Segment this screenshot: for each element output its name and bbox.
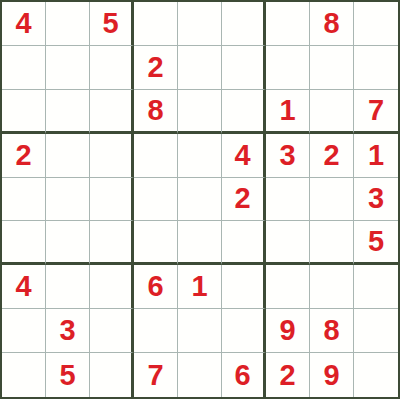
cell-r3c7[interactable]: 1 (266, 90, 310, 134)
cell-r1c9[interactable] (354, 2, 398, 46)
given-digit: 9 (279, 316, 295, 345)
cell-r4c7[interactable]: 3 (266, 134, 310, 178)
sudoku-puzzle: 45828172432123546139857629 (0, 0, 400, 399)
cell-r8c7[interactable]: 9 (266, 309, 310, 353)
cell-r7c6[interactable] (222, 265, 266, 309)
given-digit: 3 (279, 141, 295, 170)
cell-r5c7[interactable] (266, 178, 310, 222)
cell-r8c2[interactable]: 3 (46, 309, 90, 353)
given-digit: 6 (234, 361, 250, 390)
cell-r2c9[interactable] (354, 46, 398, 90)
cell-r6c8[interactable] (310, 221, 354, 265)
cell-r3c1[interactable] (2, 90, 46, 134)
given-digit: 1 (191, 272, 207, 301)
cell-r9c9[interactable] (354, 353, 398, 397)
cell-r8c8[interactable]: 8 (310, 309, 354, 353)
cell-r9c2[interactable]: 5 (46, 353, 90, 397)
cell-r2c6[interactable] (222, 46, 266, 90)
cell-r1c1[interactable]: 4 (2, 2, 46, 46)
cell-r3c4[interactable]: 8 (134, 90, 178, 134)
cell-r8c5[interactable] (178, 309, 222, 353)
given-digit: 7 (147, 361, 163, 390)
cell-r8c9[interactable] (354, 309, 398, 353)
cell-r4c6[interactable]: 4 (222, 134, 266, 178)
cell-r9c6[interactable]: 6 (222, 353, 266, 397)
cell-r5c3[interactable] (90, 178, 134, 222)
given-digit: 5 (59, 361, 75, 390)
cell-r2c7[interactable] (266, 46, 310, 90)
cell-r7c4[interactable]: 6 (134, 265, 178, 309)
cell-r2c2[interactable] (46, 46, 90, 90)
cell-r3c2[interactable] (46, 90, 90, 134)
cell-r7c3[interactable] (90, 265, 134, 309)
cell-r5c8[interactable] (310, 178, 354, 222)
cell-r7c2[interactable] (46, 265, 90, 309)
given-digit: 8 (323, 316, 339, 345)
cell-r1c3[interactable]: 5 (90, 2, 134, 46)
cell-r7c7[interactable] (266, 265, 310, 309)
cell-r9c1[interactable] (2, 353, 46, 397)
cell-r2c5[interactable] (178, 46, 222, 90)
cell-r6c3[interactable] (90, 221, 134, 265)
cell-r9c4[interactable]: 7 (134, 353, 178, 397)
given-digit: 8 (147, 96, 163, 125)
cell-r3c8[interactable] (310, 90, 354, 134)
cell-r4c5[interactable] (178, 134, 222, 178)
cell-r8c1[interactable] (2, 309, 46, 353)
given-digit: 2 (234, 184, 250, 213)
cell-r3c6[interactable] (222, 90, 266, 134)
given-digit: 2 (323, 141, 339, 170)
cell-r6c1[interactable] (2, 221, 46, 265)
cell-r9c8[interactable]: 9 (310, 353, 354, 397)
given-digit: 5 (368, 227, 384, 256)
sudoku-board: 45828172432123546139857629 (0, 0, 400, 399)
cell-r2c8[interactable] (310, 46, 354, 90)
cell-r4c9[interactable]: 1 (354, 134, 398, 178)
cell-r5c2[interactable] (46, 178, 90, 222)
given-digit: 1 (279, 96, 295, 125)
cell-r4c4[interactable] (134, 134, 178, 178)
cell-r6c9[interactable]: 5 (354, 221, 398, 265)
cell-r3c3[interactable] (90, 90, 134, 134)
cell-r9c5[interactable] (178, 353, 222, 397)
cell-r6c2[interactable] (46, 221, 90, 265)
given-digit: 2 (279, 361, 295, 390)
given-digit: 4 (15, 9, 31, 38)
cell-r2c3[interactable] (90, 46, 134, 90)
cell-r9c3[interactable] (90, 353, 134, 397)
cell-r6c6[interactable] (222, 221, 266, 265)
cell-r7c5[interactable]: 1 (178, 265, 222, 309)
cell-r6c7[interactable] (266, 221, 310, 265)
given-digit: 4 (234, 141, 250, 170)
cell-r9c7[interactable]: 2 (266, 353, 310, 397)
cell-r6c4[interactable] (134, 221, 178, 265)
given-digit: 5 (102, 9, 118, 38)
cell-r2c4[interactable]: 2 (134, 46, 178, 90)
cell-r6c5[interactable] (178, 221, 222, 265)
cell-r1c7[interactable] (266, 2, 310, 46)
cell-r5c1[interactable] (2, 178, 46, 222)
given-digit: 8 (323, 9, 339, 38)
cell-r7c8[interactable] (310, 265, 354, 309)
given-digit: 2 (15, 141, 31, 170)
cell-r4c1[interactable]: 2 (2, 134, 46, 178)
cell-r4c8[interactable]: 2 (310, 134, 354, 178)
cell-r1c5[interactable] (178, 2, 222, 46)
cell-r3c9[interactable]: 7 (354, 90, 398, 134)
cell-r3c5[interactable] (178, 90, 222, 134)
cell-r8c4[interactable] (134, 309, 178, 353)
given-digit: 2 (147, 53, 163, 82)
cell-r5c6[interactable]: 2 (222, 178, 266, 222)
cell-r1c2[interactable] (46, 2, 90, 46)
cell-r1c4[interactable] (134, 2, 178, 46)
cell-r2c1[interactable] (2, 46, 46, 90)
given-digit: 3 (368, 184, 384, 213)
given-digit: 6 (147, 272, 163, 301)
cell-r1c8[interactable]: 8 (310, 2, 354, 46)
given-digit: 3 (59, 316, 75, 345)
cell-r4c3[interactable] (90, 134, 134, 178)
given-digit: 9 (323, 361, 339, 390)
cell-r8c3[interactable] (90, 309, 134, 353)
cell-r7c9[interactable] (354, 265, 398, 309)
cell-r7c1[interactable]: 4 (2, 265, 46, 309)
cell-r5c4[interactable] (134, 178, 178, 222)
given-digit: 7 (368, 96, 384, 125)
given-digit: 4 (15, 272, 31, 301)
cell-r1c6[interactable] (222, 2, 266, 46)
given-digit: 1 (368, 141, 384, 170)
cell-r4c2[interactable] (46, 134, 90, 178)
cell-r5c9[interactable]: 3 (354, 178, 398, 222)
cell-r5c5[interactable] (178, 178, 222, 222)
cell-r8c6[interactable] (222, 309, 266, 353)
